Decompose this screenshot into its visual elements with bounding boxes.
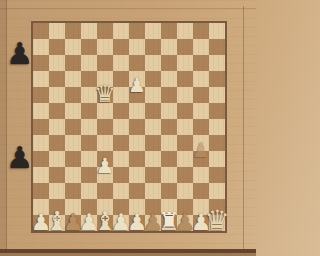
pieces-layer: ♟♛♟♟♟♝♟♟♝♟♟♟♜♟♟♛ <box>33 23 225 231</box>
board-right-edge-line <box>243 6 244 252</box>
white-queen[interactable]: ♛ <box>205 207 229 235</box>
tan-pawn[interactable]: ♟ <box>189 140 213 160</box>
board-top-edge-line <box>0 8 256 9</box>
black-pawn[interactable]: ♟ <box>10 45 30 69</box>
board-bottom-edge <box>0 249 256 253</box>
white-pawn[interactable]: ♟ <box>93 156 117 177</box>
white-pawn[interactable]: ♟ <box>125 75 149 95</box>
black-pawn[interactable]: ♟ <box>10 149 30 173</box>
white-queen[interactable]: ♛ <box>93 82 117 106</box>
board-left-edge-shadow <box>0 0 6 256</box>
